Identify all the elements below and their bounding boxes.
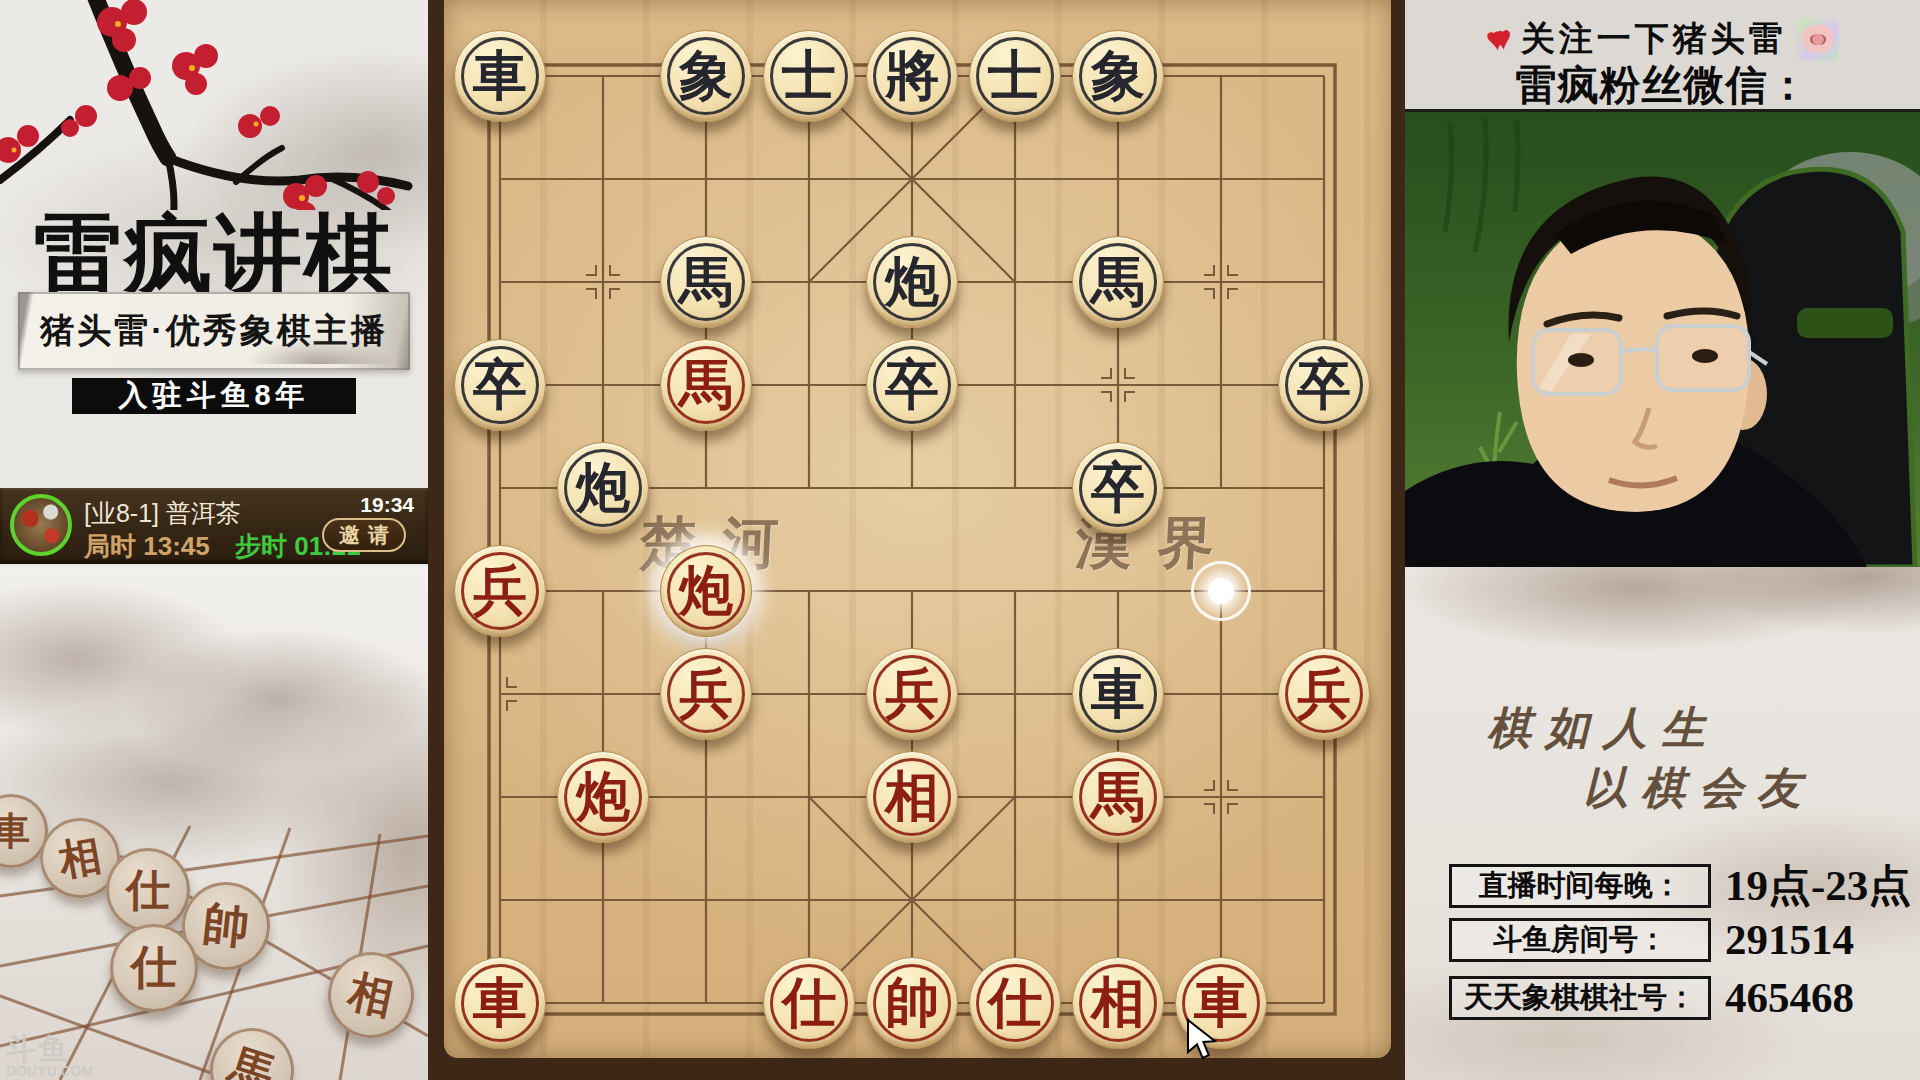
- plum-blossom-art: [0, 0, 428, 210]
- scroll-mountain-wash: [246, 338, 396, 364]
- xiangqi-piece-red[interactable]: 相: [1072, 957, 1164, 1049]
- info-row-club: 天天象棋棋社号： 465468: [1449, 973, 1854, 1022]
- xiangqi-piece-red[interactable]: 兵: [1278, 648, 1370, 740]
- xiangqi-piece-red[interactable]: 兵: [454, 545, 546, 637]
- xiangqi-piece-red[interactable]: 仕: [763, 957, 855, 1049]
- xiangqi-piece-black[interactable]: 卒: [866, 339, 958, 431]
- xiangqi-piece-black[interactable]: 象: [660, 30, 752, 122]
- subtitle-scroll-banner: 猪头雷·优秀象棋主播: [18, 292, 410, 370]
- stream-info-area: 棋如人生 以棋会友 直播时间每晚： 19点-23点 斗鱼房间号： 291514 …: [1405, 567, 1920, 1080]
- xiangqi-piece-red[interactable]: 兵: [660, 648, 752, 740]
- follow-line: ♥♥ 关注一下猪头雷: [1405, 16, 1920, 62]
- invite-button[interactable]: 邀请: [322, 518, 406, 552]
- opponent-player-bar: [业8-1] 普洱茶 局时 13:45 步时 01:21 19:34 邀请: [0, 488, 428, 564]
- mouse-cursor: [1186, 1018, 1220, 1062]
- tenure-badge: 入驻斗鱼8年: [72, 378, 356, 414]
- xiangqi-piece-red[interactable]: 炮: [557, 751, 649, 843]
- follow-banner: ♥♥ 关注一下猪头雷 雷疯粉丝微信：lz13146464: [1405, 0, 1920, 112]
- info-row-schedule: 直播时间每晚： 19点-23点: [1449, 857, 1911, 915]
- photo-piece: 仕: [106, 848, 190, 932]
- game-time-value: 13:45: [143, 531, 210, 561]
- pig-face-icon: [1797, 18, 1839, 60]
- xiangqi-piece-red[interactable]: 兵: [866, 648, 958, 740]
- xiangqi-piece-black[interactable]: 士: [763, 30, 855, 122]
- club-value: 465468: [1725, 973, 1854, 1022]
- xiangqi-piece-black[interactable]: 士: [969, 30, 1061, 122]
- info-row-room: 斗鱼房间号： 291514: [1449, 915, 1854, 964]
- xiangqi-piece-red[interactable]: 車: [454, 957, 546, 1049]
- xiangqi-piece-black[interactable]: 炮: [866, 236, 958, 328]
- follow-text: 关注一下猪头雷: [1521, 16, 1787, 62]
- step-time-label: 步时: [235, 531, 287, 561]
- xiangqi-piece-black[interactable]: 車: [1072, 648, 1164, 740]
- xiangqi-piece-black[interactable]: 卒: [454, 339, 546, 431]
- double-heart-icon: ♥♥: [1484, 19, 1502, 59]
- room-value: 291514: [1725, 915, 1854, 964]
- player-name: [业8-1] 普洱茶: [84, 497, 241, 530]
- webcam-scene: [1405, 112, 1920, 567]
- ink-wash-chess-photo: 車 相 仕 帥 仕 相 馬 斗鱼 DOUYU.COM: [0, 566, 428, 1080]
- motto-line2: 以棋会友: [1583, 759, 1815, 818]
- left-info-panel: 雷疯讲棋 猪头雷·优秀象棋主播 入驻斗鱼8年 [业8-1] 普洱茶 局时 13:…: [0, 0, 428, 1080]
- club-label: 天天象棋棋社号：: [1449, 976, 1711, 1020]
- player-avatar[interactable]: [10, 494, 72, 556]
- xiangqi-piece-red[interactable]: 帥: [866, 957, 958, 1049]
- schedule-label: 直播时间每晚：: [1449, 864, 1711, 908]
- room-label: 斗鱼房间号：: [1449, 918, 1711, 962]
- xiangqi-piece-black[interactable]: 象: [1072, 30, 1164, 122]
- xiangqi-piece-black[interactable]: 炮: [557, 442, 649, 534]
- photo-piece: 仕: [110, 924, 198, 1012]
- game-time-label: 局时: [84, 531, 136, 561]
- xiangqi-piece-red[interactable]: 馬: [1072, 751, 1164, 843]
- player-timers: 局时 13:45 步时 01:21: [84, 529, 361, 564]
- wall-clock: 19:34: [360, 493, 414, 517]
- xiangqi-piece-black[interactable]: 將: [866, 30, 958, 122]
- xiangqi-piece-black[interactable]: 卒: [1072, 442, 1164, 534]
- schedule-value: 19点-23点: [1725, 857, 1911, 915]
- xiangqi-piece-black[interactable]: 卒: [1278, 339, 1370, 431]
- xiangqi-piece-red[interactable]: 相: [866, 751, 958, 843]
- stream-screen: 雷疯讲棋 猪头雷·优秀象棋主播 入驻斗鱼8年 [业8-1] 普洱茶 局时 13:…: [0, 0, 1920, 1080]
- xiangqi-piece-black[interactable]: 車: [454, 30, 546, 122]
- douyu-watermark: 斗鱼 DOUYU.COM: [6, 1034, 93, 1078]
- xiangqi-board-panel: 楚河 漢界 車象士將士象馬炮馬卒馬卒卒炮卒兵炮兵兵車兵炮相馬車仕帥仕相車: [428, 0, 1405, 1080]
- webcam-feed: [1405, 112, 1920, 567]
- xiangqi-piece-red[interactable]: 炮: [660, 545, 752, 637]
- piece-layer[interactable]: 車象士將士象馬炮馬卒馬卒卒炮卒兵炮兵兵車兵炮相馬車仕帥仕相車: [428, 0, 1405, 1080]
- xiangqi-piece-red[interactable]: 仕: [969, 957, 1061, 1049]
- xiangqi-piece-black[interactable]: 馬: [1072, 236, 1164, 328]
- xiangqi-piece-red[interactable]: 馬: [660, 339, 752, 431]
- right-info-panel: ♥♥ 关注一下猪头雷 雷疯粉丝微信：lz13146464: [1405, 0, 1920, 1080]
- motto-line1: 棋如人生: [1487, 699, 1719, 758]
- xiangqi-piece-black[interactable]: 馬: [660, 236, 752, 328]
